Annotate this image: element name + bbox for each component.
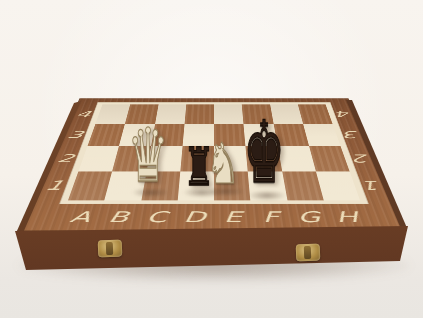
square-d4 [184, 104, 214, 123]
square-h2 [309, 146, 350, 171]
brass-latch-right [296, 244, 321, 262]
piece-white-queen-c1: ♛ [122, 135, 174, 193]
brass-latch-left [98, 240, 123, 258]
file-label-a: A [58, 206, 103, 228]
box-cast-shadow [18, 252, 410, 282]
file-label-c: C [136, 206, 177, 228]
file-label-e: E [214, 206, 253, 228]
square-h3 [303, 124, 341, 146]
piece-black-king-f1: ♚ [236, 134, 292, 196]
square-h4 [298, 104, 333, 123]
square-e4 [214, 104, 244, 123]
file-label-g: G [288, 206, 331, 228]
file-label-f: F [251, 206, 292, 228]
file-label-h: H [325, 206, 370, 228]
piece-black-rook-d1: ♜ [179, 149, 218, 193]
file-label-d: D [175, 206, 214, 228]
file-labels: ABCDEFGH [58, 206, 370, 228]
square-h1 [316, 171, 360, 200]
chess-box-product-photo: 4321 4321 ABCDEFGH ♛♜♞♚ [0, 0, 423, 318]
file-label-b: B [97, 206, 140, 228]
